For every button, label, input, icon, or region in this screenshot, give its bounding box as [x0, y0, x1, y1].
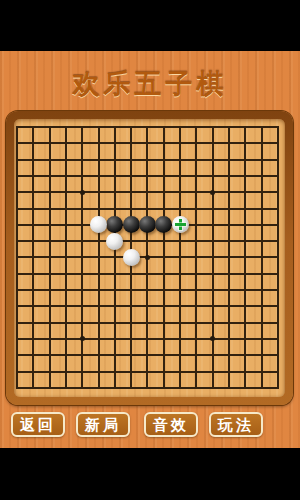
grid-line — [16, 273, 279, 275]
grid-line — [16, 305, 279, 307]
white-stone — [90, 216, 107, 233]
last-move-cross-icon — [175, 219, 186, 230]
back-button[interactable]: 返回 — [11, 412, 65, 437]
board-frame — [6, 111, 293, 405]
grid-line — [212, 126, 214, 389]
star-point — [80, 190, 85, 195]
black-stone — [139, 216, 156, 233]
grid-line — [179, 126, 181, 389]
grid-line — [228, 126, 230, 389]
star-point — [210, 190, 215, 195]
sound-button[interactable]: 音效 — [144, 412, 198, 437]
page-title: 欢乐五子棋 — [0, 66, 300, 102]
grid-line — [16, 289, 279, 291]
star-point — [145, 255, 150, 260]
black-stone — [106, 216, 123, 233]
bottom-black-bar — [0, 448, 300, 500]
grid-line — [195, 126, 197, 389]
board-grid[interactable] — [16, 126, 279, 389]
grid-line — [16, 371, 279, 373]
star-point — [210, 336, 215, 341]
board[interactable] — [14, 119, 285, 397]
new-game-button[interactable]: 新局 — [76, 412, 130, 437]
app-screen: 欢乐五子棋 返回 新局 音效 玩法 — [0, 0, 300, 500]
star-point — [80, 336, 85, 341]
grid-line — [16, 338, 279, 340]
rules-button[interactable]: 玩法 — [209, 412, 263, 437]
toolbar: 返回 新局 音效 玩法 — [0, 412, 300, 437]
grid-line — [16, 322, 279, 324]
black-stone — [155, 216, 172, 233]
grid-line — [16, 387, 279, 389]
grid-line — [261, 126, 263, 389]
white-stone — [123, 249, 140, 266]
status-bar — [0, 0, 300, 51]
wood-background: 欢乐五子棋 返回 新局 音效 玩法 — [0, 51, 300, 448]
white-stone — [106, 233, 123, 250]
black-stone — [123, 216, 140, 233]
grid-line — [277, 126, 279, 389]
grid-line — [244, 126, 246, 389]
grid-line — [16, 354, 279, 356]
white-stone — [172, 216, 189, 233]
grid-line — [163, 126, 165, 389]
